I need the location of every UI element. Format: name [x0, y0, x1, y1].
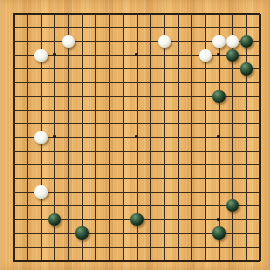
intersection[interactable] — [240, 62, 254, 76]
intersection[interactable] — [7, 254, 21, 268]
intersection[interactable] — [89, 226, 103, 240]
intersection[interactable] — [21, 7, 35, 21]
intersection[interactable] — [212, 254, 226, 268]
intersection[interactable] — [34, 62, 48, 76]
intersection[interactable] — [7, 185, 21, 199]
intersection[interactable] — [130, 130, 144, 144]
intersection[interactable] — [21, 89, 35, 103]
intersection[interactable] — [144, 185, 158, 199]
intersection[interactable] — [75, 35, 89, 49]
intersection[interactable] — [144, 240, 158, 254]
intersection[interactable] — [21, 21, 35, 35]
intersection[interactable] — [89, 21, 103, 35]
intersection[interactable] — [89, 117, 103, 131]
intersection[interactable] — [116, 21, 130, 35]
intersection[interactable] — [144, 89, 158, 103]
intersection[interactable] — [21, 103, 35, 117]
intersection[interactable] — [130, 254, 144, 268]
intersection[interactable] — [199, 89, 213, 103]
intersection[interactable] — [253, 144, 267, 158]
intersection[interactable] — [171, 7, 185, 21]
intersection[interactable] — [48, 117, 62, 131]
intersection[interactable] — [240, 48, 254, 62]
intersection[interactable] — [48, 7, 62, 21]
intersection[interactable] — [185, 240, 199, 254]
intersection[interactable] — [199, 199, 213, 213]
intersection[interactable] — [157, 240, 171, 254]
intersection[interactable] — [171, 199, 185, 213]
intersection[interactable] — [185, 226, 199, 240]
intersection[interactable] — [116, 117, 130, 131]
intersection[interactable] — [157, 76, 171, 90]
intersection[interactable] — [212, 76, 226, 90]
intersection[interactable] — [34, 35, 48, 49]
intersection[interactable] — [62, 35, 76, 49]
intersection[interactable] — [185, 144, 199, 158]
intersection[interactable] — [226, 144, 240, 158]
intersection[interactable] — [130, 48, 144, 62]
intersection[interactable] — [116, 226, 130, 240]
intersection[interactable] — [212, 117, 226, 131]
intersection[interactable] — [116, 172, 130, 186]
intersection[interactable] — [212, 185, 226, 199]
intersection[interactable] — [253, 213, 267, 227]
intersection[interactable] — [116, 199, 130, 213]
intersection[interactable] — [48, 254, 62, 268]
intersection[interactable] — [21, 185, 35, 199]
intersection[interactable] — [7, 7, 21, 21]
intersection[interactable] — [62, 89, 76, 103]
intersection[interactable] — [21, 226, 35, 240]
intersection[interactable] — [185, 254, 199, 268]
intersection[interactable] — [199, 240, 213, 254]
intersection[interactable] — [75, 240, 89, 254]
intersection[interactable] — [103, 240, 117, 254]
intersection[interactable] — [185, 130, 199, 144]
intersection[interactable] — [21, 62, 35, 76]
intersection[interactable] — [130, 7, 144, 21]
intersection[interactable] — [212, 226, 226, 240]
intersection[interactable] — [48, 172, 62, 186]
intersection[interactable] — [253, 103, 267, 117]
intersection[interactable] — [240, 240, 254, 254]
intersection[interactable] — [62, 172, 76, 186]
intersection[interactable] — [116, 185, 130, 199]
intersection[interactable] — [7, 89, 21, 103]
intersection[interactable] — [185, 48, 199, 62]
intersection[interactable] — [34, 117, 48, 131]
intersection[interactable] — [7, 213, 21, 227]
intersection[interactable] — [75, 76, 89, 90]
intersection[interactable] — [75, 130, 89, 144]
intersection[interactable] — [226, 240, 240, 254]
intersection[interactable] — [185, 172, 199, 186]
intersection[interactable] — [157, 199, 171, 213]
intersection[interactable] — [7, 21, 21, 35]
intersection[interactable] — [171, 226, 185, 240]
intersection[interactable] — [103, 226, 117, 240]
intersection[interactable] — [7, 199, 21, 213]
intersection[interactable] — [21, 199, 35, 213]
intersection[interactable] — [130, 62, 144, 76]
intersection[interactable] — [157, 7, 171, 21]
intersection[interactable] — [157, 158, 171, 172]
intersection[interactable] — [75, 7, 89, 21]
intersection[interactable] — [62, 254, 76, 268]
intersection[interactable] — [171, 62, 185, 76]
intersection[interactable] — [62, 62, 76, 76]
intersection[interactable] — [48, 35, 62, 49]
intersection[interactable] — [130, 21, 144, 35]
intersection[interactable] — [34, 103, 48, 117]
intersection[interactable] — [34, 213, 48, 227]
intersection[interactable] — [89, 76, 103, 90]
intersection[interactable] — [199, 35, 213, 49]
intersection[interactable] — [62, 48, 76, 62]
intersection[interactable] — [212, 158, 226, 172]
intersection[interactable] — [48, 48, 62, 62]
intersection[interactable] — [89, 35, 103, 49]
intersection[interactable] — [240, 172, 254, 186]
intersection[interactable] — [226, 172, 240, 186]
intersection[interactable] — [144, 213, 158, 227]
intersection[interactable] — [157, 89, 171, 103]
intersection[interactable] — [185, 21, 199, 35]
intersection[interactable] — [21, 254, 35, 268]
intersection[interactable] — [226, 103, 240, 117]
intersection[interactable] — [253, 89, 267, 103]
intersection[interactable] — [34, 158, 48, 172]
intersection[interactable] — [240, 254, 254, 268]
intersection[interactable] — [103, 76, 117, 90]
intersection[interactable] — [253, 48, 267, 62]
intersection[interactable] — [21, 76, 35, 90]
intersection[interactable] — [48, 130, 62, 144]
intersection[interactable] — [226, 254, 240, 268]
intersection[interactable] — [130, 144, 144, 158]
intersection[interactable] — [116, 76, 130, 90]
intersection[interactable] — [89, 240, 103, 254]
intersection[interactable] — [199, 144, 213, 158]
intersection[interactable] — [21, 240, 35, 254]
intersection[interactable] — [212, 7, 226, 21]
intersection[interactable] — [199, 7, 213, 21]
intersection[interactable] — [130, 35, 144, 49]
intersection[interactable] — [48, 213, 62, 227]
intersection[interactable] — [185, 35, 199, 49]
intersection[interactable] — [240, 185, 254, 199]
intersection[interactable] — [199, 130, 213, 144]
intersection[interactable] — [212, 103, 226, 117]
intersection[interactable] — [212, 213, 226, 227]
intersection[interactable] — [185, 158, 199, 172]
intersection[interactable] — [226, 185, 240, 199]
intersection[interactable] — [7, 240, 21, 254]
intersection[interactable] — [48, 62, 62, 76]
intersection[interactable] — [171, 117, 185, 131]
intersection[interactable] — [226, 76, 240, 90]
intersection[interactable] — [48, 89, 62, 103]
intersection[interactable] — [116, 103, 130, 117]
intersection[interactable] — [185, 62, 199, 76]
intersection[interactable] — [48, 103, 62, 117]
intersection[interactable] — [7, 35, 21, 49]
intersection[interactable] — [253, 21, 267, 35]
intersection[interactable] — [21, 158, 35, 172]
intersection[interactable] — [199, 254, 213, 268]
intersection[interactable] — [144, 103, 158, 117]
intersection[interactable] — [103, 254, 117, 268]
intersection[interactable] — [103, 172, 117, 186]
intersection[interactable] — [212, 62, 226, 76]
intersection[interactable] — [48, 21, 62, 35]
intersection[interactable] — [103, 130, 117, 144]
intersection[interactable] — [144, 158, 158, 172]
intersection[interactable] — [89, 213, 103, 227]
intersection[interactable] — [34, 7, 48, 21]
intersection[interactable] — [171, 89, 185, 103]
intersection[interactable] — [253, 76, 267, 90]
intersection[interactable] — [253, 130, 267, 144]
intersection[interactable] — [240, 199, 254, 213]
intersection[interactable] — [103, 185, 117, 199]
intersection[interactable] — [240, 144, 254, 158]
intersection[interactable] — [226, 62, 240, 76]
intersection[interactable] — [185, 199, 199, 213]
intersection[interactable] — [130, 172, 144, 186]
intersection[interactable] — [7, 226, 21, 240]
intersection[interactable] — [62, 158, 76, 172]
intersection[interactable] — [7, 103, 21, 117]
intersection[interactable] — [130, 117, 144, 131]
intersection[interactable] — [48, 185, 62, 199]
intersection[interactable] — [226, 117, 240, 131]
intersection[interactable] — [171, 76, 185, 90]
intersection[interactable] — [157, 213, 171, 227]
intersection[interactable] — [103, 117, 117, 131]
intersection[interactable] — [226, 21, 240, 35]
intersection[interactable] — [75, 89, 89, 103]
intersection[interactable] — [48, 240, 62, 254]
intersection[interactable] — [240, 76, 254, 90]
intersection[interactable] — [171, 48, 185, 62]
intersection[interactable] — [226, 89, 240, 103]
intersection[interactable] — [89, 185, 103, 199]
intersection[interactable] — [253, 240, 267, 254]
intersection[interactable] — [34, 76, 48, 90]
intersection[interactable] — [21, 144, 35, 158]
intersection[interactable] — [62, 144, 76, 158]
intersection[interactable] — [75, 213, 89, 227]
intersection[interactable] — [62, 199, 76, 213]
intersection[interactable] — [144, 254, 158, 268]
intersection[interactable] — [130, 76, 144, 90]
intersection[interactable] — [34, 21, 48, 35]
intersection[interactable] — [75, 185, 89, 199]
intersection[interactable] — [62, 7, 76, 21]
intersection[interactable] — [103, 144, 117, 158]
intersection[interactable] — [226, 226, 240, 240]
intersection[interactable] — [130, 103, 144, 117]
intersection[interactable] — [34, 144, 48, 158]
intersection[interactable] — [144, 76, 158, 90]
intersection[interactable] — [116, 240, 130, 254]
intersection[interactable] — [89, 103, 103, 117]
intersection[interactable] — [62, 117, 76, 131]
intersection[interactable] — [144, 35, 158, 49]
intersection[interactable] — [21, 117, 35, 131]
intersection[interactable] — [103, 21, 117, 35]
intersection[interactable] — [103, 199, 117, 213]
intersection[interactable] — [103, 103, 117, 117]
intersection[interactable] — [34, 185, 48, 199]
intersection[interactable] — [212, 130, 226, 144]
intersection[interactable] — [253, 7, 267, 21]
intersection[interactable] — [171, 35, 185, 49]
intersection[interactable] — [199, 226, 213, 240]
intersection[interactable] — [253, 35, 267, 49]
intersection[interactable] — [116, 130, 130, 144]
intersection[interactable] — [253, 117, 267, 131]
intersection[interactable] — [253, 226, 267, 240]
intersection[interactable] — [62, 76, 76, 90]
intersection[interactable] — [130, 213, 144, 227]
intersection[interactable] — [199, 76, 213, 90]
intersection[interactable] — [21, 130, 35, 144]
intersection[interactable] — [240, 89, 254, 103]
intersection[interactable] — [212, 35, 226, 49]
intersection[interactable] — [89, 89, 103, 103]
intersection[interactable] — [89, 158, 103, 172]
intersection[interactable] — [62, 130, 76, 144]
intersection[interactable] — [240, 130, 254, 144]
intersection[interactable] — [7, 172, 21, 186]
intersection[interactable] — [144, 7, 158, 21]
intersection[interactable] — [48, 158, 62, 172]
intersection[interactable] — [199, 172, 213, 186]
intersection[interactable] — [75, 48, 89, 62]
intersection[interactable] — [253, 158, 267, 172]
intersection[interactable] — [103, 48, 117, 62]
intersection[interactable] — [7, 130, 21, 144]
intersection[interactable] — [130, 226, 144, 240]
intersection[interactable] — [253, 254, 267, 268]
intersection[interactable] — [89, 144, 103, 158]
intersection[interactable] — [199, 62, 213, 76]
intersection[interactable] — [157, 21, 171, 35]
intersection[interactable] — [89, 254, 103, 268]
intersection[interactable] — [34, 199, 48, 213]
intersection[interactable] — [116, 62, 130, 76]
intersection[interactable] — [89, 172, 103, 186]
intersection[interactable] — [75, 172, 89, 186]
intersection[interactable] — [212, 240, 226, 254]
intersection[interactable] — [116, 89, 130, 103]
intersection[interactable] — [253, 185, 267, 199]
intersection[interactable] — [240, 35, 254, 49]
intersection[interactable] — [240, 213, 254, 227]
intersection[interactable] — [157, 144, 171, 158]
intersection[interactable] — [144, 21, 158, 35]
intersection[interactable] — [185, 117, 199, 131]
intersection[interactable] — [171, 130, 185, 144]
intersection[interactable] — [116, 254, 130, 268]
intersection[interactable] — [199, 21, 213, 35]
intersection[interactable] — [116, 213, 130, 227]
intersection[interactable] — [157, 172, 171, 186]
intersection[interactable] — [89, 130, 103, 144]
intersection[interactable] — [34, 89, 48, 103]
intersection[interactable] — [89, 62, 103, 76]
intersection[interactable] — [130, 199, 144, 213]
intersection[interactable] — [171, 240, 185, 254]
intersection[interactable] — [34, 130, 48, 144]
intersection[interactable] — [171, 254, 185, 268]
intersection[interactable] — [21, 213, 35, 227]
intersection[interactable] — [34, 172, 48, 186]
intersection[interactable] — [212, 144, 226, 158]
intersection[interactable] — [144, 62, 158, 76]
intersection[interactable] — [199, 48, 213, 62]
intersection[interactable] — [89, 7, 103, 21]
intersection[interactable] — [212, 172, 226, 186]
intersection[interactable] — [89, 199, 103, 213]
intersection[interactable] — [199, 185, 213, 199]
intersection[interactable] — [116, 7, 130, 21]
intersection[interactable] — [226, 35, 240, 49]
intersection[interactable] — [75, 199, 89, 213]
intersection[interactable] — [157, 62, 171, 76]
intersection[interactable] — [75, 226, 89, 240]
intersection[interactable] — [226, 213, 240, 227]
intersection[interactable] — [48, 76, 62, 90]
intersection[interactable] — [171, 144, 185, 158]
intersection[interactable] — [144, 48, 158, 62]
intersection[interactable] — [21, 48, 35, 62]
intersection[interactable] — [185, 89, 199, 103]
intersection[interactable] — [130, 89, 144, 103]
intersection[interactable] — [157, 35, 171, 49]
intersection[interactable] — [103, 62, 117, 76]
intersection[interactable] — [103, 89, 117, 103]
intersection[interactable] — [103, 213, 117, 227]
intersection[interactable] — [157, 117, 171, 131]
intersection[interactable] — [240, 21, 254, 35]
intersection[interactable] — [185, 103, 199, 117]
intersection[interactable] — [75, 62, 89, 76]
intersection[interactable] — [171, 158, 185, 172]
intersection[interactable] — [144, 144, 158, 158]
intersection[interactable] — [240, 7, 254, 21]
intersection[interactable] — [226, 130, 240, 144]
intersection[interactable] — [144, 199, 158, 213]
intersection[interactable] — [226, 199, 240, 213]
intersection[interactable] — [171, 21, 185, 35]
intersection[interactable] — [7, 76, 21, 90]
intersection[interactable] — [240, 103, 254, 117]
intersection[interactable] — [75, 117, 89, 131]
intersection[interactable] — [7, 144, 21, 158]
intersection[interactable] — [75, 254, 89, 268]
intersection[interactable] — [157, 48, 171, 62]
intersection[interactable] — [48, 226, 62, 240]
intersection[interactable] — [7, 117, 21, 131]
intersection[interactable] — [212, 89, 226, 103]
intersection[interactable] — [212, 48, 226, 62]
intersection[interactable] — [48, 199, 62, 213]
intersection[interactable] — [199, 117, 213, 131]
intersection[interactable] — [185, 185, 199, 199]
